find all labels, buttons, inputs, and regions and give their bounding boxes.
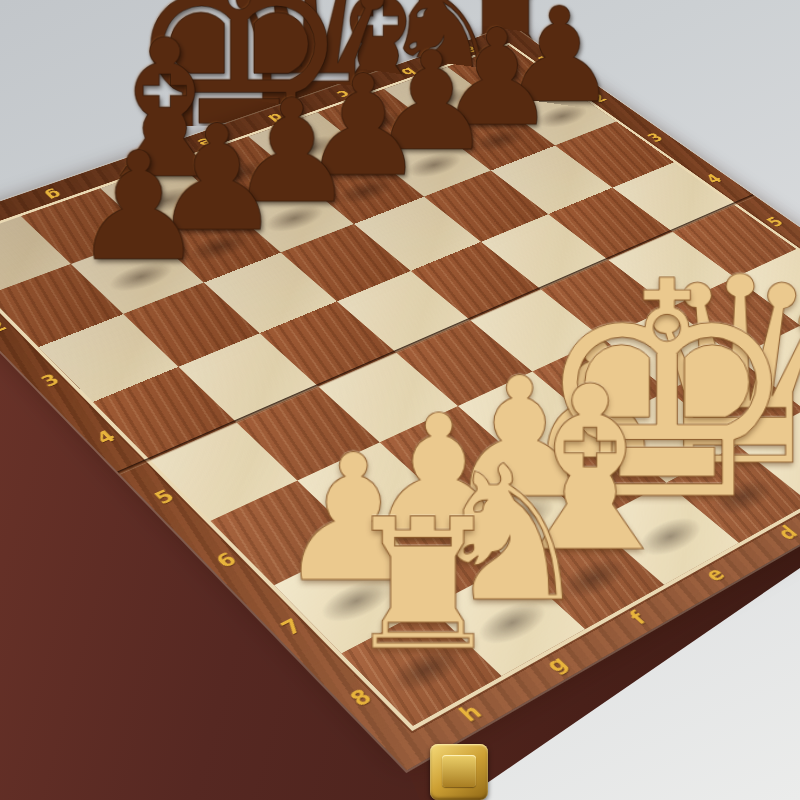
square-b3 [491, 146, 612, 215]
file-label-near-f: f [626, 609, 650, 628]
dark-pawn-g2: ♟ [71, 132, 206, 282]
rank-label-hside-8: 8 [346, 686, 376, 710]
square-c3 [424, 171, 548, 242]
piece-shadow [276, 131, 349, 166]
piece-shadow [475, 62, 542, 93]
file-label-near-g: g [542, 653, 572, 676]
product-photo-chess-set: ♝♚♛♝♞♜♟♟♟♟♟♟♟♟♟♟♟♜♞♝♚♛ hhggffeeddccbbaa1… [0, 0, 800, 800]
rank-label-hside-6: 6 [212, 550, 240, 571]
piece-shadow [329, 173, 403, 210]
square-e3 [281, 224, 411, 301]
file-label-near-h: h [456, 701, 486, 725]
square-d2: ♟ [300, 154, 424, 225]
piece-shadow [528, 100, 596, 133]
square-e2: ♟ [227, 179, 354, 252]
piece-shadow [204, 156, 279, 193]
dark-pawn-e2: ♟ [227, 80, 355, 223]
square-d3 [354, 197, 481, 271]
rank-label-aside-3: 3 [644, 131, 666, 144]
square-a3 [555, 122, 674, 188]
rank-label-hside-7: 7 [277, 616, 306, 638]
dark-rook-a1: ♜ [448, 0, 563, 82]
square-f3 [204, 253, 337, 334]
dark-queen-d1: ♛ [212, 0, 408, 153]
file-label-near-e: e [701, 564, 729, 584]
square-c2: ♟ [370, 129, 491, 197]
dark-knight-b1: ♞ [380, 0, 505, 105]
file-label-far-c: c [332, 88, 352, 100]
square-b1: ♞ [384, 67, 500, 129]
rank-label-hside-3: 3 [37, 372, 63, 390]
dark-pawn-b2: ♟ [437, 11, 557, 145]
rank-label-hside-2: 2 [0, 318, 10, 335]
board-scene: ♝♚♛♝♞♜♟♟♟♟♟♟♟♟♟♟♟♜♞♝♚♛ hhggffeeddccbbaa1… [4, 0, 800, 786]
file-label-far-d: d [263, 111, 285, 124]
square-d4 [411, 242, 541, 320]
piece-shadow [411, 84, 479, 116]
piece-shadow [398, 147, 470, 183]
piece-shadow [465, 123, 534, 157]
square-b2: ♟ [436, 105, 555, 170]
file-label-far-a: a [459, 44, 479, 55]
rank-label-hside-5: 5 [151, 487, 178, 507]
rank-label-aside-2: 2 [588, 92, 609, 104]
piece-shadow [345, 107, 415, 141]
square-h8: ♜ [342, 607, 502, 726]
brass-clasp-icon [430, 744, 488, 800]
board-field: ♝♚♛♝♞♜♟♟♟♟♟♟♟♟♟♟♟♜♞♝♚♛ [0, 45, 800, 725]
square-d1: ♛ [248, 112, 369, 179]
file-label-far-b: b [396, 65, 417, 77]
rank-label-aside-4: 4 [703, 172, 725, 185]
dark-pawn-d2: ♟ [300, 56, 425, 196]
dark-bishop-c1: ♝ [298, 0, 458, 128]
square-f4 [260, 301, 396, 386]
piece-shadow [256, 199, 332, 238]
rank-label-aside-1: 1 [535, 54, 556, 66]
square-c1: ♝ [318, 89, 437, 154]
board-plate: ♝♚♛♝♞♜♟♟♟♟♟♟♟♟♟♟♟♜♞♝♚♛ hhggffeeddccbbaa1… [0, 26, 800, 771]
light-rook-h8: ♜ [342, 495, 504, 675]
file-label-far-g: g [41, 187, 64, 201]
rank-label-hside-4: 4 [93, 428, 119, 447]
